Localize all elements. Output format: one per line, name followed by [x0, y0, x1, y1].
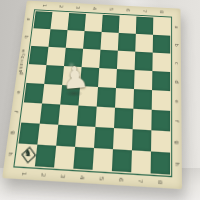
square-c7: [66, 30, 85, 49]
square-e6: [99, 50, 118, 69]
square-g2: [132, 129, 151, 151]
square-e3: [95, 107, 115, 128]
coord-label: f: [6, 106, 26, 117]
square-f6: [117, 51, 135, 70]
square-b7: [48, 29, 67, 48]
coord-label: 2: [56, 0, 66, 15]
coord-label: f: [167, 116, 186, 127]
coord-label: 8: [155, 171, 165, 194]
square-b3: [40, 103, 60, 124]
board-surface: ♞ 12345678 12345678 abcdefgh abcdefgh ® …: [2, 1, 182, 190]
coord-label: g: [3, 127, 23, 139]
square-f5: [116, 69, 135, 89]
coord-label: h: [167, 158, 186, 170]
coord-label: a: [20, 15, 38, 24]
square-f7: [118, 33, 136, 52]
coord-label: 7: [135, 169, 145, 192]
coord-label: 4: [90, 0, 100, 17]
coord-label: h: [0, 148, 20, 160]
chess-board: ♞ 12345678 12345678 abcdefgh abcdefgh ® …: [15, 4, 181, 170]
coord-label: 8: [157, 3, 166, 20]
coord-label: 5: [107, 1, 116, 18]
square-g7: [135, 34, 153, 53]
coord-label: b: [17, 32, 35, 42]
square-c3: [58, 105, 78, 126]
coord-label: 3: [57, 165, 69, 188]
right-labels: abcdefgh: [172, 19, 182, 176]
square-d3: [77, 106, 97, 127]
square-e2: [94, 127, 114, 149]
coord-label: 6: [116, 168, 127, 191]
coord-label: 6: [124, 2, 133, 19]
knight-logo-icon: ♞: [21, 146, 35, 161]
square-c2: [56, 125, 77, 147]
coord-label: g: [167, 136, 186, 148]
coord-label: c: [168, 58, 186, 68]
square-f2: [113, 128, 133, 150]
coord-label: e: [9, 87, 28, 98]
square-f3: [114, 108, 133, 129]
square-e7: [100, 32, 118, 51]
corner-logo: ♞: [21, 146, 35, 161]
coord-label: b: [168, 40, 185, 50]
square-e5: [98, 68, 117, 88]
square-g5: [134, 70, 152, 90]
coord-label: a: [168, 23, 185, 33]
white-pawn: ♟: [61, 62, 90, 94]
square-b2: [37, 124, 58, 146]
photo-scene: ♞ 12345678 12345678 abcdefgh abcdefgh ® …: [0, 0, 200, 200]
coord-label: 5: [96, 167, 107, 190]
coord-label: 4: [77, 166, 88, 189]
board-grid: ♞: [16, 11, 170, 174]
square-f4: [115, 88, 134, 109]
square-d7: [83, 31, 102, 50]
square-g4: [133, 89, 152, 110]
coord-label: 7: [141, 2, 150, 19]
square-g3: [133, 109, 152, 131]
coord-label: d: [168, 77, 186, 88]
square-g6: [135, 52, 153, 71]
coord-label: e: [168, 96, 186, 107]
coord-label: 3: [73, 0, 83, 16]
square-d2: [75, 126, 95, 148]
square-e4: [97, 87, 116, 108]
